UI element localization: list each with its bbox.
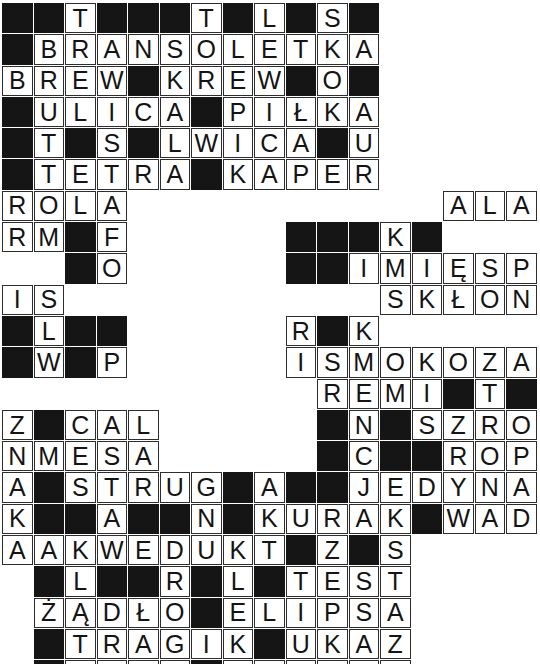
letter-cell-r19c7[interactable]: Z xyxy=(254,660,285,664)
letter-cell-r11c15[interactable]: O xyxy=(506,410,537,440)
letter-cell-r9c15[interactable]: M xyxy=(349,347,380,377)
letter-cell-r5c9[interactable]: P xyxy=(286,159,317,189)
letter-cell-r12c3[interactable]: A xyxy=(128,441,159,471)
letter-cell-r14c15[interactable]: D xyxy=(506,504,537,534)
letter-cell-r15c1[interactable]: K xyxy=(65,535,96,565)
letter-cell-r18c2[interactable]: R xyxy=(97,629,128,659)
letter-cell-r8c12[interactable]: O xyxy=(475,285,506,315)
block-cell-r13c9 xyxy=(317,472,348,502)
letter-cell-r3c9[interactable]: Ł xyxy=(286,97,317,127)
block-cell-r7c9 xyxy=(65,253,96,283)
letter-cell-r3c10[interactable]: K xyxy=(317,97,348,127)
letter-cell-r11c10[interactable]: N xyxy=(349,410,380,440)
letter-cell-r6c0[interactable]: R xyxy=(2,191,33,221)
block-cell-r16c2 xyxy=(97,566,128,596)
letter-cell-r2c7[interactable]: E xyxy=(223,66,254,96)
letter-cell-r12c0[interactable]: M xyxy=(34,441,65,471)
block-cell-r2c11 xyxy=(349,66,380,96)
block-cell-r4c2 xyxy=(65,128,96,158)
letter-cell-r1c4[interactable]: N xyxy=(128,34,159,64)
letter-cell-r11c12[interactable]: S xyxy=(412,410,443,440)
letter-cell-r5c10[interactable]: E xyxy=(317,159,348,189)
block-cell-r16c5 xyxy=(191,566,222,596)
letter-cell-r4c7[interactable]: I xyxy=(223,128,254,158)
block-cell-r14c4 xyxy=(160,504,191,534)
letter-cell-r5c3[interactable]: T xyxy=(97,159,128,189)
letter-cell-r5c5[interactable]: A xyxy=(160,159,191,189)
letter-cell-r17c4[interactable]: O xyxy=(160,598,191,628)
letter-cell-r8c10[interactable]: K xyxy=(412,285,443,315)
crossword-board: TTLSBRANSOLETKABREWKREWOULICAPIŁKATSLWIC… xyxy=(2,3,537,664)
letter-cell-r9c13[interactable]: I xyxy=(286,347,317,377)
letter-cell-r19c6[interactable]: S xyxy=(223,660,254,664)
letter-cell-r19c10[interactable]: K xyxy=(349,660,380,664)
block-cell-r9c2 xyxy=(317,316,348,346)
letter-cell-r12c13[interactable]: R xyxy=(443,441,474,471)
block-cell-r5c0 xyxy=(2,159,33,189)
block-cell-r1c0 xyxy=(2,34,33,64)
letter-cell-r14c10[interactable]: A xyxy=(349,504,380,534)
letter-cell-r10c1[interactable]: O xyxy=(443,347,474,377)
letter-cell-r1c2[interactable]: R xyxy=(65,34,96,64)
letter-cell-r19c1[interactable]: W xyxy=(65,660,96,664)
block-cell-r4c0 xyxy=(2,128,33,158)
letter-cell-r19c11[interactable]: A xyxy=(380,660,411,664)
letter-cell-r2c8[interactable]: W xyxy=(254,66,285,96)
block-cell-r0c0 xyxy=(2,3,33,33)
block-cell-r13c6 xyxy=(223,472,254,502)
letter-cell-r18c9[interactable]: K xyxy=(317,629,348,659)
letter-cell-r7c13[interactable]: I xyxy=(349,253,380,283)
block-cell-r12c12 xyxy=(412,441,443,471)
letter-cell-r14c13[interactable]: W xyxy=(443,504,474,534)
block-cell-r11c11 xyxy=(380,410,411,440)
block-cell-r0c4 xyxy=(128,3,159,33)
letter-cell-r15c6[interactable]: K xyxy=(223,535,254,565)
block-cell-r14c12 xyxy=(412,504,443,534)
letter-cell-r13c13[interactable]: Y xyxy=(443,472,474,502)
letter-cell-r17c3[interactable]: Ł xyxy=(128,598,159,628)
letter-cell-r13c2[interactable]: T xyxy=(97,472,128,502)
letter-cell-r13c4[interactable]: U xyxy=(160,472,191,502)
letter-cell-r6c3[interactable]: A xyxy=(97,191,128,221)
letter-cell-r10c16[interactable]: Z xyxy=(2,410,33,440)
letter-cell-r8c13[interactable]: N xyxy=(506,285,537,315)
letter-cell-r3c2[interactable]: L xyxy=(65,97,96,127)
letter-cell-r18c4[interactable]: G xyxy=(160,629,191,659)
letter-cell-r10c0[interactable]: K xyxy=(412,347,443,377)
block-cell-r13c0 xyxy=(34,472,65,502)
letter-cell-r1c5[interactable]: S xyxy=(160,34,191,64)
letter-cell-r15c2[interactable]: W xyxy=(97,535,128,565)
letter-cell-r10c12[interactable]: I xyxy=(412,379,443,409)
letter-cell-r19c8[interactable]: L xyxy=(286,660,317,664)
block-cell-r14c3 xyxy=(128,504,159,534)
letter-cell-r1c6[interactable]: O xyxy=(191,34,222,64)
letter-cell-r15c11[interactable]: S xyxy=(380,535,411,565)
letter-cell-r13c12[interactable]: D xyxy=(412,472,443,502)
block-cell-r0c3 xyxy=(97,3,128,33)
block-cell-r9c9 xyxy=(2,347,33,377)
letter-cell-r10c14[interactable]: T xyxy=(475,379,506,409)
letter-cell-r5c1[interactable]: T xyxy=(34,159,65,189)
block-cell-r0c9 xyxy=(286,3,317,33)
letter-cell-r1c8[interactable]: E xyxy=(254,34,285,64)
letter-cell-r17c11[interactable]: A xyxy=(380,598,411,628)
letter-cell-r7c14[interactable]: M xyxy=(380,253,411,283)
letter-cell-r18c1[interactable]: T xyxy=(65,629,96,659)
letter-cell-r1c10[interactable]: K xyxy=(317,34,348,64)
block-cell-r12c11 xyxy=(380,441,411,471)
letter-cell-r18c10[interactable]: A xyxy=(349,629,380,659)
block-cell-r6c14 xyxy=(65,222,96,252)
letter-cell-r6c13[interactable]: M xyxy=(34,222,65,252)
letter-cell-r16c8[interactable]: T xyxy=(286,566,317,596)
letter-cell-r12c15[interactable]: P xyxy=(506,441,537,471)
letter-cell-r2c6[interactable]: R xyxy=(191,66,222,96)
letter-cell-r14c8[interactable]: U xyxy=(286,504,317,534)
letter-cell-r11c14[interactable]: R xyxy=(475,410,506,440)
letter-cell-r10c9[interactable]: R xyxy=(317,379,348,409)
letter-cell-r4c1[interactable]: T xyxy=(34,128,65,158)
letter-cell-r13c15[interactable]: A xyxy=(506,472,537,502)
block-cell-r9c0 xyxy=(97,316,128,346)
letter-cell-r17c9[interactable]: P xyxy=(317,598,348,628)
letter-cell-r9c14[interactable]: S xyxy=(317,347,348,377)
letter-cell-r16c1[interactable]: L xyxy=(65,566,96,596)
block-cell-r12c9 xyxy=(317,441,348,471)
block-cell-r3c6 xyxy=(191,97,222,127)
block-cell-r9c11 xyxy=(65,347,96,377)
block-cell-r15c8 xyxy=(286,535,317,565)
letter-cell-r2c0[interactable]: B xyxy=(2,66,33,96)
letter-cell-r1c11[interactable]: A xyxy=(349,34,380,64)
letter-cell-r3c3[interactable]: I xyxy=(97,97,128,127)
letter-cell-r6c12[interactable]: R xyxy=(2,222,33,252)
block-cell-r8c16 xyxy=(65,316,96,346)
letter-cell-r13c1[interactable]: S xyxy=(65,472,96,502)
letter-cell-r17c2[interactable]: D xyxy=(97,598,128,628)
letter-cell-r3c7[interactable]: P xyxy=(223,97,254,127)
letter-cell-r18c11[interactable]: Z xyxy=(380,629,411,659)
letter-cell-r11c16[interactable]: N xyxy=(2,441,33,471)
letter-cell-r9c3[interactable]: K xyxy=(349,316,380,346)
letter-cell-r18c5[interactable]: I xyxy=(191,629,222,659)
letter-cell-r8c1[interactable]: P xyxy=(506,253,537,283)
block-cell-r17c5 xyxy=(191,598,222,628)
letter-cell-r0c6[interactable]: T xyxy=(191,3,222,33)
letter-cell-r13c11[interactable]: E xyxy=(380,472,411,502)
letter-cell-r5c7[interactable]: K xyxy=(223,159,254,189)
letter-cell-r5c4[interactable]: R xyxy=(128,159,159,189)
letter-cell-r13c14[interactable]: N xyxy=(475,472,506,502)
letter-cell-r10c3[interactable]: A xyxy=(506,347,537,377)
letter-cell-r6c15[interactable]: F xyxy=(97,222,128,252)
letter-cell-r4c9[interactable]: A xyxy=(286,128,317,158)
block-cell-r0c7 xyxy=(223,3,254,33)
letter-cell-r14c14[interactable]: A xyxy=(475,504,506,534)
letter-cell-r9c1[interactable]: R xyxy=(286,316,317,346)
block-cell-r19c0 xyxy=(34,660,65,664)
letter-cell-r2c3[interactable]: W xyxy=(97,66,128,96)
block-cell-r8c14 xyxy=(2,316,33,346)
block-cell-r4c10 xyxy=(317,128,348,158)
letter-cell-r11c3[interactable]: L xyxy=(128,410,159,440)
block-cell-r19c5 xyxy=(191,660,222,664)
block-cell-r11c9 xyxy=(317,410,348,440)
letter-cell-r17c7[interactable]: L xyxy=(254,598,285,628)
letter-cell-r11c1[interactable]: C xyxy=(65,410,96,440)
letter-cell-r4c5[interactable]: L xyxy=(160,128,191,158)
block-cell-r2c4 xyxy=(128,66,159,96)
letter-cell-r12c14[interactable]: O xyxy=(475,441,506,471)
letter-cell-r9c10[interactable]: W xyxy=(34,347,65,377)
letter-cell-r13c5[interactable]: G xyxy=(191,472,222,502)
letter-cell-r8c2[interactable]: I xyxy=(2,285,33,315)
letter-cell-r4c3[interactable]: S xyxy=(97,128,128,158)
letter-cell-r15c0[interactable]: A xyxy=(34,535,65,565)
block-cell-r18c7 xyxy=(254,629,285,659)
letter-cell-r19c3[interactable]: N xyxy=(128,660,159,664)
letter-cell-r15c9[interactable]: Z xyxy=(317,535,348,565)
block-cell-r6c16 xyxy=(286,222,317,252)
letter-cell-r7c16[interactable]: Ę xyxy=(443,253,474,283)
letter-cell-r8c0[interactable]: S xyxy=(475,253,506,283)
letter-cell-r15c7[interactable]: T xyxy=(254,535,285,565)
letter-cell-r8c15[interactable]: L xyxy=(34,316,65,346)
letter-cell-r12c16[interactable]: A xyxy=(2,472,33,502)
letter-cell-r16c10[interactable]: S xyxy=(349,566,380,596)
block-cell-r0c5 xyxy=(160,3,191,33)
letter-cell-r14c16[interactable]: A xyxy=(2,535,33,565)
block-cell-r18c0 xyxy=(34,629,65,659)
block-cell-r0c11 xyxy=(349,3,380,33)
letter-cell-r16c4[interactable]: R xyxy=(160,566,191,596)
block-cell-r11c0 xyxy=(34,410,65,440)
block-cell-r7c12 xyxy=(317,253,348,283)
block-cell-r10c13 xyxy=(443,379,474,409)
letter-cell-r2c5[interactable]: K xyxy=(160,66,191,96)
letter-cell-r5c2[interactable]: E xyxy=(65,159,96,189)
block-cell-r15c10 xyxy=(349,535,380,565)
photo-placeholder xyxy=(128,191,285,409)
letter-cell-r4c11[interactable]: U xyxy=(349,128,380,158)
letter-cell-r1c1[interactable]: B xyxy=(34,34,65,64)
letter-cell-r13c7[interactable]: A xyxy=(254,472,285,502)
letter-cell-r15c5[interactable]: U xyxy=(191,535,222,565)
letter-cell-r4c8[interactable]: C xyxy=(254,128,285,158)
letter-cell-r10c11[interactable]: M xyxy=(380,379,411,409)
letter-cell-r14c2[interactable]: A xyxy=(97,504,128,534)
letter-cell-r18c3[interactable]: A xyxy=(128,629,159,659)
letter-cell-r16c11[interactable]: T xyxy=(380,566,411,596)
letter-cell-r3c4[interactable]: C xyxy=(128,97,159,127)
letter-cell-r1c3[interactable]: A xyxy=(97,34,128,64)
letter-cell-r17c0[interactable]: Ż xyxy=(34,598,65,628)
letter-cell-r16c9[interactable]: E xyxy=(317,566,348,596)
letter-cell-r14c9[interactable]: R xyxy=(317,504,348,534)
letter-cell-r0c10[interactable]: S xyxy=(317,3,348,33)
letter-cell-r15c4[interactable]: D xyxy=(160,535,191,565)
letter-cell-r17c8[interactable]: I xyxy=(286,598,317,628)
block-cell-r2c9 xyxy=(286,66,317,96)
letter-cell-r14c5[interactable]: N xyxy=(191,504,222,534)
letter-cell-r13c3[interactable]: R xyxy=(128,472,159,502)
letter-cell-r10c10[interactable]: E xyxy=(349,379,380,409)
letter-cell-r11c2[interactable]: A xyxy=(97,410,128,440)
block-cell-r3c0 xyxy=(2,97,33,127)
letter-cell-r12c10[interactable]: C xyxy=(349,441,380,471)
letter-cell-r15c3[interactable]: E xyxy=(128,535,159,565)
letter-cell-r1c7[interactable]: L xyxy=(223,34,254,64)
letter-cell-r13c16[interactable]: K xyxy=(2,504,33,534)
letter-cell-r12c1[interactable]: E xyxy=(65,441,96,471)
block-cell-r4c4 xyxy=(128,128,159,158)
letter-cell-r8c11[interactable]: Ł xyxy=(443,285,474,315)
letter-cell-r7c15[interactable]: I xyxy=(412,253,443,283)
block-cell-r7c1 xyxy=(349,222,380,252)
letter-cell-r17c10[interactable]: S xyxy=(349,598,380,628)
letter-cell-r7c2[interactable]: K xyxy=(380,222,411,252)
letter-cell-r2c2[interactable]: E xyxy=(65,66,96,96)
letter-cell-r3c8[interactable]: I xyxy=(254,97,285,127)
block-cell-r14c1 xyxy=(65,504,96,534)
letter-cell-r17c1[interactable]: Ą xyxy=(65,598,96,628)
letter-cell-r8c3[interactable]: S xyxy=(34,285,65,315)
letter-cell-r6c9[interactable]: A xyxy=(443,191,474,221)
letter-cell-r6c2[interactable]: L xyxy=(65,191,96,221)
letter-cell-r14c7[interactable]: K xyxy=(254,504,285,534)
letter-cell-r4c6[interactable]: W xyxy=(191,128,222,158)
block-cell-r13c8 xyxy=(286,472,317,502)
block-cell-r16c3 xyxy=(128,566,159,596)
block-cell-r14c6 xyxy=(223,504,254,534)
letter-cell-r7c10[interactable]: O xyxy=(97,253,128,283)
block-cell-r7c11 xyxy=(286,253,317,283)
block-cell-r5c6 xyxy=(191,159,222,189)
block-cell-r10c15 xyxy=(506,379,537,409)
letter-cell-r14c11[interactable]: K xyxy=(380,504,411,534)
letter-cell-r13c10[interactable]: J xyxy=(349,472,380,502)
letter-cell-r2c10[interactable]: O xyxy=(317,66,348,96)
block-cell-r7c0 xyxy=(317,222,348,252)
letter-cell-r3c1[interactable]: U xyxy=(34,97,65,127)
letter-cell-r6c11[interactable]: A xyxy=(506,191,537,221)
letter-cell-r10c2[interactable]: Z xyxy=(475,347,506,377)
letter-cell-r5c11[interactable]: R xyxy=(349,159,380,189)
letter-cell-r3c5[interactable]: A xyxy=(160,97,191,127)
letter-cell-r1c9[interactable]: T xyxy=(286,34,317,64)
block-cell-r7c3 xyxy=(412,222,443,252)
letter-cell-r9c16[interactable]: O xyxy=(380,347,411,377)
letter-cell-r19c4[interactable]: A xyxy=(160,660,191,664)
block-cell-r16c7 xyxy=(254,566,285,596)
letter-cell-r6c10[interactable]: L xyxy=(475,191,506,221)
letter-cell-r19c9[interactable]: A xyxy=(317,660,348,664)
letter-cell-r18c8[interactable]: U xyxy=(286,629,317,659)
block-cell-r0c1 xyxy=(34,3,65,33)
letter-cell-r2c1[interactable]: R xyxy=(34,66,65,96)
letter-cell-r9c12[interactable]: P xyxy=(97,347,128,377)
letter-cell-r8c9[interactable]: S xyxy=(380,285,411,315)
letter-cell-r12c2[interactable]: S xyxy=(97,441,128,471)
block-cell-r16c0 xyxy=(34,566,65,596)
letter-cell-r0c2[interactable]: T xyxy=(65,3,96,33)
letter-cell-r17c6[interactable]: E xyxy=(223,598,254,628)
letter-cell-r19c2[interactable]: E xyxy=(97,660,128,664)
letter-cell-r6c1[interactable]: O xyxy=(34,191,65,221)
letter-cell-r0c8[interactable]: L xyxy=(254,3,285,33)
letter-cell-r16c6[interactable]: L xyxy=(223,566,254,596)
block-cell-r14c0 xyxy=(34,504,65,534)
letter-cell-r5c8[interactable]: A xyxy=(254,159,285,189)
letter-cell-r3c11[interactable]: A xyxy=(349,97,380,127)
letter-cell-r18c6[interactable]: K xyxy=(223,629,254,659)
letter-cell-r11c13[interactable]: Z xyxy=(443,410,474,440)
